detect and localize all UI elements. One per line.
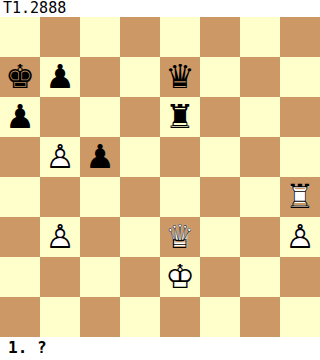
square-g2[interactable]	[240, 257, 280, 297]
square-h3[interactable]: ♟♙	[280, 217, 320, 257]
square-c8[interactable]	[80, 17, 120, 57]
square-b3[interactable]: ♟♙	[40, 217, 80, 257]
square-c6[interactable]	[80, 97, 120, 137]
piece-outline: ♖	[280, 177, 320, 217]
white-queen-piece[interactable]: ♛♕	[160, 217, 200, 257]
square-e4[interactable]	[160, 177, 200, 217]
piece-glyph: ♜	[160, 97, 200, 137]
square-c7[interactable]	[80, 57, 120, 97]
square-e7[interactable]: ♛	[160, 57, 200, 97]
square-f2[interactable]	[200, 257, 240, 297]
square-h8[interactable]	[280, 17, 320, 57]
square-g1[interactable]	[240, 297, 280, 337]
puzzle-title: T1.2888	[0, 0, 320, 17]
piece-glyph: ♛	[160, 57, 200, 97]
piece-glyph: ♚	[0, 57, 40, 97]
square-d7[interactable]	[120, 57, 160, 97]
white-rook-piece[interactable]: ♜♖	[280, 177, 320, 217]
piece-outline: ♙	[40, 217, 80, 257]
square-f6[interactable]	[200, 97, 240, 137]
square-h7[interactable]	[280, 57, 320, 97]
square-c5[interactable]: ♟	[80, 137, 120, 177]
white-pawn-piece[interactable]: ♟♙	[40, 217, 80, 257]
square-e5[interactable]	[160, 137, 200, 177]
square-d5[interactable]	[120, 137, 160, 177]
piece-outline: ♙	[280, 217, 320, 257]
black-pawn-piece[interactable]: ♟	[40, 57, 80, 97]
square-a1[interactable]	[0, 297, 40, 337]
square-c3[interactable]	[80, 217, 120, 257]
white-pawn-piece[interactable]: ♟♙	[40, 137, 80, 177]
square-d3[interactable]	[120, 217, 160, 257]
square-c1[interactable]	[80, 297, 120, 337]
square-f1[interactable]	[200, 297, 240, 337]
square-b8[interactable]	[40, 17, 80, 57]
square-d8[interactable]	[120, 17, 160, 57]
square-f3[interactable]	[200, 217, 240, 257]
piece-outline: ♔	[160, 257, 200, 297]
square-g3[interactable]	[240, 217, 280, 257]
square-b4[interactable]	[40, 177, 80, 217]
black-pawn-piece[interactable]: ♟	[0, 97, 40, 137]
square-d2[interactable]	[120, 257, 160, 297]
square-f7[interactable]	[200, 57, 240, 97]
square-a2[interactable]	[0, 257, 40, 297]
square-g7[interactable]	[240, 57, 280, 97]
chess-puzzle-page: T1.2888 ♚♟♛♟♜♟♙♟♜♖♟♙♛♕♟♙♚♔ 1. ?	[0, 0, 320, 360]
square-a4[interactable]	[0, 177, 40, 217]
square-g5[interactable]	[240, 137, 280, 177]
square-c2[interactable]	[80, 257, 120, 297]
square-b2[interactable]	[40, 257, 80, 297]
square-e6[interactable]: ♜	[160, 97, 200, 137]
square-b7[interactable]: ♟	[40, 57, 80, 97]
square-h4[interactable]: ♜♖	[280, 177, 320, 217]
square-a3[interactable]	[0, 217, 40, 257]
piece-glyph: ♟	[80, 137, 120, 177]
square-d4[interactable]	[120, 177, 160, 217]
square-e3[interactable]: ♛♕	[160, 217, 200, 257]
square-h1[interactable]	[280, 297, 320, 337]
square-a6[interactable]: ♟	[0, 97, 40, 137]
square-a5[interactable]	[0, 137, 40, 177]
square-g6[interactable]	[240, 97, 280, 137]
square-d6[interactable]	[120, 97, 160, 137]
black-rook-piece[interactable]: ♜	[160, 97, 200, 137]
square-e1[interactable]	[160, 297, 200, 337]
square-b6[interactable]	[40, 97, 80, 137]
black-queen-piece[interactable]: ♛	[160, 57, 200, 97]
piece-glyph: ♟	[0, 97, 40, 137]
square-a7[interactable]: ♚	[0, 57, 40, 97]
square-h5[interactable]	[280, 137, 320, 177]
square-f8[interactable]	[200, 17, 240, 57]
piece-outline: ♕	[160, 217, 200, 257]
square-b1[interactable]	[40, 297, 80, 337]
square-c4[interactable]	[80, 177, 120, 217]
black-pawn-piece[interactable]: ♟	[80, 137, 120, 177]
chess-board: ♚♟♛♟♜♟♙♟♜♖♟♙♛♕♟♙♚♔	[0, 17, 320, 337]
square-e8[interactable]	[160, 17, 200, 57]
square-h2[interactable]	[280, 257, 320, 297]
white-pawn-piece[interactable]: ♟♙	[280, 217, 320, 257]
piece-outline: ♙	[40, 137, 80, 177]
square-f4[interactable]	[200, 177, 240, 217]
square-h6[interactable]	[280, 97, 320, 137]
square-g8[interactable]	[240, 17, 280, 57]
white-king-piece[interactable]: ♚♔	[160, 257, 200, 297]
black-king-piece[interactable]: ♚	[0, 57, 40, 97]
move-prompt: 1. ?	[0, 337, 320, 360]
square-g4[interactable]	[240, 177, 280, 217]
square-a8[interactable]	[0, 17, 40, 57]
square-f5[interactable]	[200, 137, 240, 177]
square-e2[interactable]: ♚♔	[160, 257, 200, 297]
piece-glyph: ♟	[40, 57, 80, 97]
square-b5[interactable]: ♟♙	[40, 137, 80, 177]
square-d1[interactable]	[120, 297, 160, 337]
